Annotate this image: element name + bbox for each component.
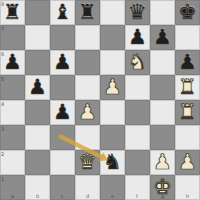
- square-c5[interactable]: [50, 75, 75, 100]
- square-a3[interactable]: [0, 125, 25, 150]
- square-h7[interactable]: [175, 25, 200, 50]
- square-d1[interactable]: [75, 175, 100, 200]
- black-pawn[interactable]: ♟: [3, 50, 22, 75]
- square-d4[interactable]: ♟: [75, 100, 100, 125]
- black-knight[interactable]: ♞: [103, 150, 122, 175]
- white-queen[interactable]: ♛: [78, 150, 97, 175]
- square-c2[interactable]: [50, 150, 75, 175]
- square-e2[interactable]: ♞: [100, 150, 125, 175]
- square-c6[interactable]: ♟: [50, 50, 75, 75]
- square-d2[interactable]: ♛: [75, 150, 100, 175]
- square-h8[interactable]: ♚: [175, 0, 200, 25]
- square-c7[interactable]: [50, 25, 75, 50]
- square-g6[interactable]: [150, 50, 175, 75]
- square-b1[interactable]: [25, 175, 50, 200]
- square-c3[interactable]: [50, 125, 75, 150]
- square-d7[interactable]: [75, 25, 100, 50]
- square-b8[interactable]: [25, 0, 50, 25]
- black-king[interactable]: ♚: [178, 0, 197, 25]
- black-pawn[interactable]: ♟: [128, 25, 147, 50]
- black-queen[interactable]: ♛: [128, 0, 147, 25]
- square-d3[interactable]: [75, 125, 100, 150]
- square-a5[interactable]: [0, 75, 25, 100]
- square-b3[interactable]: [25, 125, 50, 150]
- square-f3[interactable]: [125, 125, 150, 150]
- white-king[interactable]: ♚: [153, 175, 172, 200]
- square-h1[interactable]: [175, 175, 200, 200]
- white-pawn[interactable]: ♟: [78, 100, 97, 125]
- black-rook[interactable]: ♜: [78, 0, 97, 25]
- square-e1[interactable]: [100, 175, 125, 200]
- chess-board: ♜♝♜♛♚♟♟♟♟♞♟♟♟♜♟♟♜♛♞♟♟♚87654321abcdefgh: [0, 0, 200, 200]
- square-e6[interactable]: [100, 50, 125, 75]
- square-a4[interactable]: [0, 100, 25, 125]
- square-a2[interactable]: [0, 150, 25, 175]
- black-pawn[interactable]: ♟: [178, 50, 197, 75]
- square-a7[interactable]: [0, 25, 25, 50]
- square-b6[interactable]: [25, 50, 50, 75]
- square-g1[interactable]: ♚: [150, 175, 175, 200]
- square-d6[interactable]: [75, 50, 100, 75]
- square-b5[interactable]: ♟: [25, 75, 50, 100]
- square-c4[interactable]: ♟: [50, 100, 75, 125]
- square-e4[interactable]: [100, 100, 125, 125]
- black-pawn[interactable]: ♟: [53, 50, 72, 75]
- square-g3[interactable]: [150, 125, 175, 150]
- square-b2[interactable]: [25, 150, 50, 175]
- chess-app: ♜♝♜♛♚♟♟♟♟♞♟♟♟♜♟♟♜♛♞♟♟♚87654321abcdefgh: [0, 0, 200, 200]
- square-g2[interactable]: ♟: [150, 150, 175, 175]
- square-g8[interactable]: [150, 0, 175, 25]
- black-pawn[interactable]: ♟: [153, 25, 172, 50]
- white-knight[interactable]: ♞: [128, 50, 147, 75]
- square-a6[interactable]: ♟: [0, 50, 25, 75]
- black-rook[interactable]: ♜: [3, 0, 22, 25]
- square-e8[interactable]: [100, 0, 125, 25]
- white-rook[interactable]: ♜: [178, 100, 197, 125]
- square-f5[interactable]: [125, 75, 150, 100]
- white-pawn[interactable]: ♟: [153, 150, 172, 175]
- square-e3[interactable]: [100, 125, 125, 150]
- square-g5[interactable]: [150, 75, 175, 100]
- square-g7[interactable]: ♟: [150, 25, 175, 50]
- black-pawn[interactable]: ♟: [53, 100, 72, 125]
- white-pawn[interactable]: ♟: [103, 75, 122, 100]
- white-pawn[interactable]: ♟: [178, 150, 197, 175]
- square-f2[interactable]: [125, 150, 150, 175]
- square-g4[interactable]: [150, 100, 175, 125]
- square-e5[interactable]: ♟: [100, 75, 125, 100]
- square-f8[interactable]: ♛: [125, 0, 150, 25]
- black-pawn[interactable]: ♟: [28, 75, 47, 100]
- black-bishop[interactable]: ♝: [53, 0, 72, 25]
- square-h6[interactable]: ♟: [175, 50, 200, 75]
- square-f7[interactable]: ♟: [125, 25, 150, 50]
- square-f1[interactable]: [125, 175, 150, 200]
- square-c1[interactable]: [50, 175, 75, 200]
- square-d5[interactable]: [75, 75, 100, 100]
- square-e7[interactable]: [100, 25, 125, 50]
- square-h5[interactable]: ♜: [175, 75, 200, 100]
- square-d8[interactable]: ♜: [75, 0, 100, 25]
- square-h3[interactable]: [175, 125, 200, 150]
- square-f4[interactable]: [125, 100, 150, 125]
- square-h2[interactable]: ♟: [175, 150, 200, 175]
- square-h4[interactable]: ♜: [175, 100, 200, 125]
- square-a8[interactable]: ♜: [0, 0, 25, 25]
- square-a1[interactable]: [0, 175, 25, 200]
- square-b4[interactable]: [25, 100, 50, 125]
- white-rook[interactable]: ♜: [178, 75, 197, 100]
- square-c8[interactable]: ♝: [50, 0, 75, 25]
- square-b7[interactable]: [25, 25, 50, 50]
- square-f6[interactable]: ♞: [125, 50, 150, 75]
